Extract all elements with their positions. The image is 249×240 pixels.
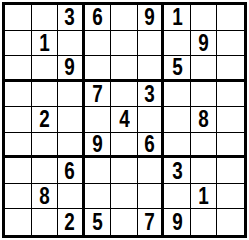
cell-digit: 3 [65, 5, 75, 29]
cell-r3c5[interactable] [111, 56, 138, 82]
cell-r4c8[interactable] [191, 82, 218, 108]
cell-r7c3[interactable]: 6 [58, 158, 85, 184]
cell-r6c6[interactable]: 6 [138, 133, 165, 159]
cell-digit: 5 [172, 56, 182, 79]
cell-r5c8[interactable]: 8 [191, 107, 218, 133]
cell-r6c4[interactable]: 9 [85, 133, 112, 159]
cell-r7c8[interactable] [191, 158, 218, 184]
cell-r1c4[interactable]: 6 [85, 5, 112, 31]
cell-r8c7[interactable] [164, 184, 191, 210]
cell-r9c7[interactable]: 9 [164, 209, 191, 235]
cell-r8c1[interactable] [5, 184, 32, 210]
cell-r9c1[interactable] [5, 209, 32, 235]
cell-r3c4[interactable] [85, 56, 112, 82]
cell-r6c5[interactable] [111, 133, 138, 159]
cell-r8c5[interactable] [111, 184, 138, 210]
cell-r4c9[interactable] [217, 82, 244, 108]
cell-r8c2[interactable]: 8 [32, 184, 59, 210]
cell-r2c9[interactable] [217, 31, 244, 57]
cell-r5c1[interactable] [5, 107, 32, 133]
cell-r7c6[interactable] [138, 158, 165, 184]
cell-r3c2[interactable] [32, 56, 59, 82]
cell-r7c2[interactable] [32, 158, 59, 184]
cell-digit: 8 [39, 184, 49, 208]
cell-r6c9[interactable] [217, 133, 244, 159]
cell-digit: 4 [119, 107, 129, 131]
sudoku-board: 36911995732489663812579 [2, 2, 247, 238]
cell-r5c7[interactable] [164, 107, 191, 133]
cell-r2c8[interactable]: 9 [191, 31, 218, 57]
cell-r9c6[interactable]: 7 [138, 209, 165, 235]
cell-digit: 3 [172, 159, 182, 183]
cell-r2c4[interactable] [85, 31, 112, 57]
cell-r4c4[interactable]: 7 [85, 82, 112, 108]
cell-r3c7[interactable]: 5 [164, 56, 191, 82]
cell-r8c8[interactable]: 1 [191, 184, 218, 210]
cell-r3c8[interactable] [191, 56, 218, 82]
cell-r8c4[interactable] [85, 184, 112, 210]
cell-r5c2[interactable]: 2 [32, 107, 59, 133]
cell-digit: 1 [198, 184, 208, 208]
cell-digit: 7 [144, 210, 154, 234]
cell-r3c9[interactable] [217, 56, 244, 82]
cell-r1c9[interactable] [217, 5, 244, 31]
cell-digit: 2 [65, 210, 75, 234]
cell-r3c1[interactable] [5, 56, 32, 82]
cell-r5c9[interactable] [217, 107, 244, 133]
cell-r1c6[interactable]: 9 [138, 5, 165, 31]
cell-r9c5[interactable] [111, 209, 138, 235]
cell-r5c4[interactable] [85, 107, 112, 133]
cell-digit: 9 [198, 31, 208, 55]
cell-r9c3[interactable]: 2 [58, 209, 85, 235]
cell-digit: 8 [198, 107, 208, 131]
cell-digit: 7 [92, 82, 102, 106]
sudoku-puzzle: 36911995732489663812579 [0, 0, 249, 240]
cell-digit: 5 [92, 210, 102, 234]
cell-r7c4[interactable] [85, 158, 112, 184]
cell-r8c3[interactable] [58, 184, 85, 210]
cell-digit: 2 [39, 107, 49, 131]
cell-r5c6[interactable] [138, 107, 165, 133]
cell-r7c9[interactable] [217, 158, 244, 184]
cell-r1c8[interactable] [191, 5, 218, 31]
cell-digit: 3 [144, 82, 154, 106]
cell-digit: 6 [144, 133, 154, 156]
cell-r4c6[interactable]: 3 [138, 82, 165, 108]
cell-digit: 9 [144, 5, 154, 29]
cell-r4c5[interactable] [111, 82, 138, 108]
cell-r5c5[interactable]: 4 [111, 107, 138, 133]
cell-r8c9[interactable] [217, 184, 244, 210]
cell-r9c9[interactable] [217, 209, 244, 235]
cell-r9c8[interactable] [191, 209, 218, 235]
cell-digit: 6 [65, 159, 75, 183]
cell-r6c8[interactable] [191, 133, 218, 159]
cell-r2c2[interactable]: 1 [32, 31, 59, 57]
cell-digit: 1 [39, 31, 49, 55]
cell-r6c2[interactable] [32, 133, 59, 159]
cell-r1c1[interactable] [5, 5, 32, 31]
cell-r9c4[interactable]: 5 [85, 209, 112, 235]
cell-r4c1[interactable] [5, 82, 32, 108]
cell-r1c2[interactable] [32, 5, 59, 31]
cell-r4c3[interactable] [58, 82, 85, 108]
cell-r2c3[interactable] [58, 31, 85, 57]
cell-r4c7[interactable] [164, 82, 191, 108]
cell-digit: 1 [172, 5, 182, 29]
cell-r1c7[interactable]: 1 [164, 5, 191, 31]
cell-r1c5[interactable] [111, 5, 138, 31]
cell-r9c2[interactable] [32, 209, 59, 235]
cell-r7c1[interactable] [5, 158, 32, 184]
cell-r3c6[interactable] [138, 56, 165, 82]
cell-r8c6[interactable] [138, 184, 165, 210]
cell-r7c5[interactable] [111, 158, 138, 184]
cell-digit: 9 [172, 210, 182, 234]
cell-digit: 9 [92, 133, 102, 156]
cell-r5c3[interactable] [58, 107, 85, 133]
cell-r6c7[interactable] [164, 133, 191, 159]
cell-r3c3[interactable]: 9 [58, 56, 85, 82]
cell-r2c6[interactable] [138, 31, 165, 57]
cell-digit: 9 [65, 56, 75, 79]
cell-r4c2[interactable] [32, 82, 59, 108]
cell-digit: 6 [92, 5, 102, 29]
cell-r7c7[interactable]: 3 [164, 158, 191, 184]
cell-r2c1[interactable] [5, 31, 32, 57]
cell-r1c3[interactable]: 3 [58, 5, 85, 31]
cell-r6c3[interactable] [58, 133, 85, 159]
cell-r2c5[interactable] [111, 31, 138, 57]
cell-r2c7[interactable] [164, 31, 191, 57]
cell-r6c1[interactable] [5, 133, 32, 159]
